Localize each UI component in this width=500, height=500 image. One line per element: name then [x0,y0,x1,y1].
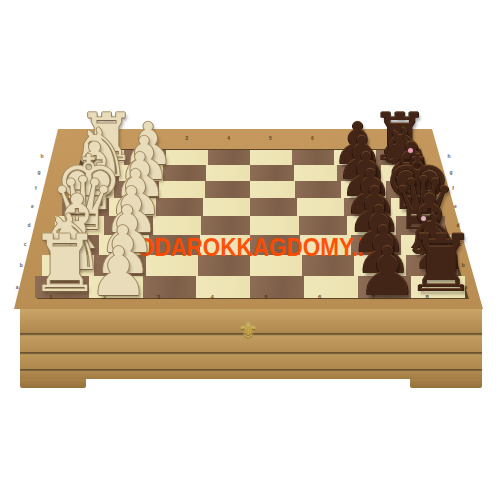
coordinate-label: 8 [395,135,398,141]
coordinate-label: c [459,241,462,247]
square-g4 [206,165,250,181]
coordinate-label: e [31,203,34,209]
coordinate-label: a [16,284,19,290]
square-h1 [83,150,125,165]
coordinate-label: 3 [157,294,160,300]
square-h2 [124,150,166,165]
coordinate-label: d [27,222,30,228]
coordinate-label: 7 [353,135,356,141]
coordinate-label: 2 [143,135,146,141]
square-f3 [159,181,204,198]
square-f6 [295,181,340,198]
square-f7 [341,181,386,198]
square-g8 [381,165,425,181]
square-g2 [119,165,163,181]
coordinate-label: 6 [311,135,314,141]
square-a5 [250,276,304,298]
square-e8 [391,198,438,216]
coordinate-label: h [447,153,450,159]
coordinate-label: b [462,262,465,268]
square-e1 [62,198,109,216]
coordinate-label: b [20,262,23,268]
board-row [35,276,465,298]
coordinate-label: e [454,203,457,209]
coordinate-label: 6 [318,294,321,300]
square-g7 [337,165,381,181]
coordinate-label: 2 [103,294,106,300]
square-d8 [396,216,445,235]
square-g6 [294,165,338,181]
coordinate-label: h [40,153,43,159]
square-g3 [163,165,207,181]
square-f5 [250,181,295,198]
square-a8 [411,276,465,298]
coordinate-label: 1 [49,294,52,300]
square-a4 [196,276,250,298]
square-h5 [250,150,292,165]
square-a1 [35,276,89,298]
square-h7 [334,150,376,165]
coordinate-label: 5 [269,135,272,141]
coordinate-label: 8 [425,294,428,300]
coordinate-label: 4 [210,294,213,300]
square-e2 [109,198,156,216]
board-row [62,198,438,216]
coordinate-label: 3 [185,135,188,141]
square-c1 [49,235,99,255]
square-a2 [89,276,143,298]
square-e3 [156,198,203,216]
square-h3 [166,150,208,165]
coordinate-label: g [450,169,453,175]
square-e7 [344,198,391,216]
square-b1 [42,255,94,276]
clasp-icon: ⚜ [238,320,258,342]
box-base-band [20,371,482,379]
box-foot-right [410,379,482,388]
coordinate-label: f [452,185,454,191]
chess-box-photo: 1234567812345678abcdefghabcdefgh ⚜ ♜♞♝♚♛… [0,0,500,500]
coordinate-label: 1 [102,135,105,141]
coordinate-label: c [24,241,27,247]
square-f8 [386,181,431,198]
coordinate-label: f [35,185,37,191]
square-h6 [292,150,334,165]
square-f4 [205,181,250,198]
square-g5 [250,165,294,181]
square-e4 [203,198,250,216]
box-lower-band [20,355,482,370]
square-h8 [376,150,418,165]
square-e6 [297,198,344,216]
coordinate-label: g [37,169,40,175]
chess-board [0,150,500,298]
square-e5 [250,198,297,216]
coordinate-label: 5 [264,294,267,300]
coordinate-label: 4 [227,135,230,141]
square-g1 [76,165,120,181]
square-b8 [406,255,458,276]
coordinate-label: 7 [372,294,375,300]
square-a6 [304,276,358,298]
board-row [69,181,431,198]
watermark-text: PODAROKKAGDOMY.RU [122,233,391,262]
coordinate-label: d [456,222,459,228]
square-h4 [208,150,250,165]
box-foot-left [20,379,86,388]
square-c8 [401,235,451,255]
board-row [83,150,418,165]
square-d1 [55,216,104,235]
board-row [76,165,425,181]
square-a7 [358,276,412,298]
coordinate-label: a [465,284,468,290]
square-a3 [143,276,197,298]
square-f2 [114,181,159,198]
square-f1 [69,181,114,198]
